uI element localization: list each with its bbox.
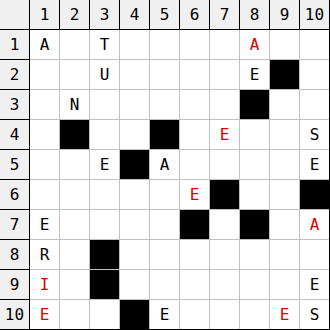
cell-r7c10[interactable]: A [300,210,329,240]
cell-r3c1[interactable] [30,90,60,120]
cell-r2c4[interactable] [120,60,150,90]
cell-r1c4[interactable] [120,30,150,60]
col-header-10: 10 [300,0,329,30]
cell-r5c2[interactable] [60,150,90,180]
cell-r4c9[interactable] [270,120,300,150]
cell-r9c2[interactable] [60,270,90,300]
cell-r2c7[interactable] [210,60,240,90]
cell-r2c3[interactable]: U [90,60,120,90]
cell-r5c8[interactable] [240,150,270,180]
cell-r3c9[interactable] [270,90,300,120]
block-cell-r9c3 [90,270,120,300]
cell-r3c6[interactable] [180,90,210,120]
cell-r5c7[interactable] [210,150,240,180]
cell-r5c6[interactable] [180,150,210,180]
cell-r9c4[interactable] [120,270,150,300]
cell-r4c3[interactable] [90,120,120,150]
cell-r9c6[interactable] [180,270,210,300]
cell-r6c3[interactable] [90,180,120,210]
cell-r1c1[interactable]: A [30,30,60,60]
cell-r4c8[interactable] [240,120,270,150]
cell-r9c9[interactable] [270,270,300,300]
cell-r3c4[interactable] [120,90,150,120]
cell-r10c5[interactable]: E [150,300,180,329]
cell-r8c5[interactable] [150,240,180,270]
cell-r2c1[interactable] [30,60,60,90]
cell-r2c6[interactable] [180,60,210,90]
cell-r9c1[interactable]: I [30,270,60,300]
cell-r7c4[interactable] [120,210,150,240]
cell-r7c1[interactable]: E [30,210,60,240]
cell-r1c6[interactable] [180,30,210,60]
col-header-4: 4 [120,0,150,30]
cell-r5c9[interactable] [270,150,300,180]
block-cell-r6c7 [210,180,240,210]
cell-r5c3[interactable]: E [90,150,120,180]
block-cell-r10c4 [120,300,150,329]
corner-cell [0,0,30,30]
block-cell-r5c4 [120,150,150,180]
cell-r7c3[interactable] [90,210,120,240]
cell-r8c2[interactable] [60,240,90,270]
cell-r9c5[interactable] [150,270,180,300]
cell-r10c8[interactable] [240,300,270,329]
col-header-9: 9 [270,0,300,30]
block-cell-r8c3 [90,240,120,270]
cell-r7c2[interactable] [60,210,90,240]
block-cell-r4c2 [60,120,90,150]
cell-r4c1[interactable] [30,120,60,150]
cell-r1c5[interactable] [150,30,180,60]
row-header-3: 3 [0,90,30,120]
row-header-10: 10 [0,300,30,329]
col-header-1: 1 [30,0,60,30]
crossword-board: 123456789101ATA2UE3N4ES5EAE6E7EA8R9IE10E… [0,0,330,330]
col-header-5: 5 [150,0,180,30]
cell-r7c7[interactable] [210,210,240,240]
block-cell-r4c5 [150,120,180,150]
cell-r6c8[interactable] [240,180,270,210]
col-header-3: 3 [90,0,120,30]
cell-r3c10[interactable] [300,90,329,120]
cell-r9c8[interactable] [240,270,270,300]
cell-r10c3[interactable] [90,300,120,329]
cell-r8c7[interactable] [210,240,240,270]
block-cell-r7c6 [180,210,210,240]
cell-r9c10[interactable]: E [300,270,329,300]
cell-r2c10[interactable] [300,60,329,90]
block-cell-r3c8 [240,90,270,120]
cell-r8c6[interactable] [180,240,210,270]
cell-r4c7[interactable]: E [210,120,240,150]
block-cell-r7c8 [240,210,270,240]
cell-r1c7[interactable] [210,30,240,60]
cell-r8c4[interactable] [120,240,150,270]
row-header-4: 4 [0,120,30,150]
cell-r6c9[interactable] [270,180,300,210]
row-header-7: 7 [0,210,30,240]
cell-r5c10[interactable]: E [300,150,329,180]
cell-r7c9[interactable] [270,210,300,240]
cell-r1c8[interactable]: A [240,30,270,60]
col-header-8: 8 [240,0,270,30]
cell-r10c10[interactable]: S [300,300,329,329]
col-header-7: 7 [210,0,240,30]
block-cell-r2c9 [270,60,300,90]
cell-r8c10[interactable] [300,240,329,270]
row-header-5: 5 [0,150,30,180]
row-header-6: 6 [0,180,30,210]
cell-r3c3[interactable] [90,90,120,120]
cell-r8c1[interactable]: R [30,240,60,270]
cell-r5c1[interactable] [30,150,60,180]
row-header-9: 9 [0,270,30,300]
block-cell-r6c10 [300,180,329,210]
cell-r6c5[interactable] [150,180,180,210]
cell-r6c1[interactable] [30,180,60,210]
row-header-1: 1 [0,30,30,60]
col-header-2: 2 [60,0,90,30]
cell-r4c6[interactable] [180,120,210,150]
cell-r2c2[interactable] [60,60,90,90]
cell-r1c3[interactable]: T [90,30,120,60]
cell-r1c10[interactable] [300,30,329,60]
cell-r6c6[interactable]: E [180,180,210,210]
cell-r3c7[interactable] [210,90,240,120]
cell-r3c2[interactable]: N [60,90,90,120]
cell-r9c7[interactable] [210,270,240,300]
cell-r7c5[interactable] [150,210,180,240]
cell-r8c9[interactable] [270,240,300,270]
cell-r6c2[interactable] [60,180,90,210]
col-header-6: 6 [180,0,210,30]
cell-r6c4[interactable] [120,180,150,210]
cell-r10c1[interactable]: E [30,300,60,329]
cell-r10c7[interactable] [210,300,240,329]
cell-r4c10[interactable]: S [300,120,329,150]
cell-r2c8[interactable]: E [240,60,270,90]
cell-r10c6[interactable] [180,300,210,329]
cell-r10c2[interactable] [60,300,90,329]
cell-r3c5[interactable] [150,90,180,120]
cell-r1c2[interactable] [60,30,90,60]
cell-r5c5[interactable]: A [150,150,180,180]
row-header-8: 8 [0,240,30,270]
cell-r10c9[interactable]: E [270,300,300,329]
cell-r8c8[interactable] [240,240,270,270]
cell-r2c5[interactable] [150,60,180,90]
cell-r4c4[interactable] [120,120,150,150]
cell-r1c9[interactable] [270,30,300,60]
row-header-2: 2 [0,60,30,90]
